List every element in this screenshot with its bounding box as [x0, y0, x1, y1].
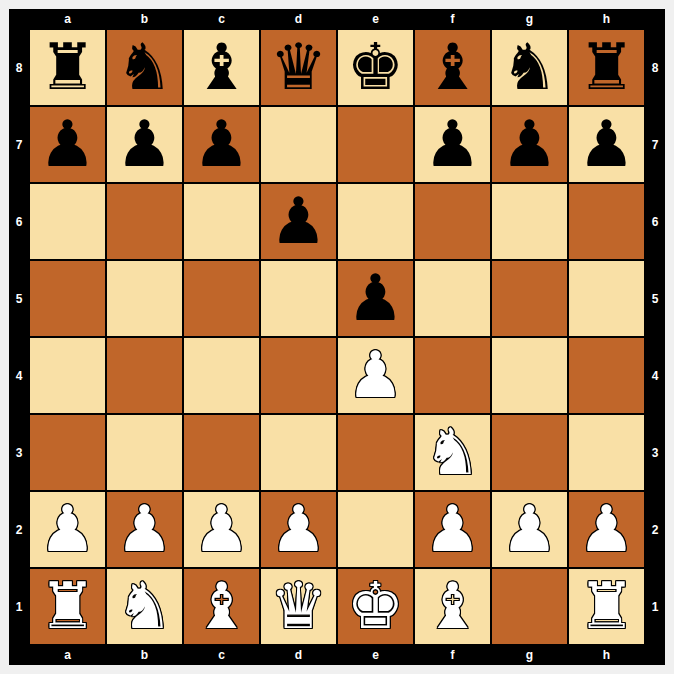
square-g2[interactable]: ♟: [491, 491, 568, 568]
rank-label-3-left: 3: [9, 414, 29, 491]
file-label-b-bottom: b: [106, 645, 183, 665]
piece-white-pawn[interactable]: ♟: [270, 491, 327, 568]
square-c7[interactable]: ♟: [183, 106, 260, 183]
square-b2[interactable]: ♟: [106, 491, 183, 568]
rank-label-7-left: 7: [9, 106, 29, 183]
square-c1[interactable]: ♝: [183, 568, 260, 645]
piece-black-pawn[interactable]: ♟: [578, 106, 635, 183]
piece-white-king[interactable]: ♚: [347, 568, 404, 645]
file-label-g-bottom: g: [491, 645, 568, 665]
piece-black-queen[interactable]: ♛: [270, 29, 327, 106]
square-h6[interactable]: [568, 183, 645, 260]
file-label-f-bottom: f: [414, 645, 491, 665]
square-b4[interactable]: [106, 337, 183, 414]
piece-black-pawn[interactable]: ♟: [270, 183, 327, 260]
square-a2[interactable]: ♟: [29, 491, 106, 568]
square-g3[interactable]: [491, 414, 568, 491]
rank-label-4-left: 4: [9, 337, 29, 414]
square-b8[interactable]: ♞: [106, 29, 183, 106]
piece-white-knight[interactable]: ♞: [116, 568, 173, 645]
square-d8[interactable]: ♛: [260, 29, 337, 106]
file-label-c-bottom: c: [183, 645, 260, 665]
piece-black-pawn[interactable]: ♟: [347, 260, 404, 337]
rank-label-7-right: 7: [645, 106, 665, 183]
square-e2[interactable]: [337, 491, 414, 568]
frame-corner-bottom-left: [9, 645, 29, 665]
square-e4[interactable]: ♟: [337, 337, 414, 414]
square-d6[interactable]: ♟: [260, 183, 337, 260]
file-label-a-bottom: a: [29, 645, 106, 665]
square-g6[interactable]: [491, 183, 568, 260]
square-d1[interactable]: ♛: [260, 568, 337, 645]
frame-corner-top-right: [645, 9, 665, 29]
piece-black-pawn[interactable]: ♟: [116, 106, 173, 183]
rank-label-8-right: 8: [645, 29, 665, 106]
rank-label-6-left: 6: [9, 183, 29, 260]
square-f1[interactable]: ♝: [414, 568, 491, 645]
square-e5[interactable]: ♟: [337, 260, 414, 337]
piece-white-bishop[interactable]: ♝: [193, 568, 250, 645]
rank-label-3-right: 3: [645, 414, 665, 491]
square-e3[interactable]: [337, 414, 414, 491]
file-label-c-top: c: [183, 9, 260, 29]
square-f6[interactable]: [414, 183, 491, 260]
square-c2[interactable]: ♟: [183, 491, 260, 568]
square-f7[interactable]: ♟: [414, 106, 491, 183]
file-label-e-bottom: e: [337, 645, 414, 665]
square-a4[interactable]: [29, 337, 106, 414]
file-label-f-top: f: [414, 9, 491, 29]
piece-black-king[interactable]: ♚: [347, 29, 404, 106]
piece-black-pawn[interactable]: ♟: [39, 106, 96, 183]
frame-corner-top-left: [9, 9, 29, 29]
square-h2[interactable]: ♟: [568, 491, 645, 568]
square-h5[interactable]: [568, 260, 645, 337]
square-a3[interactable]: [29, 414, 106, 491]
square-g5[interactable]: [491, 260, 568, 337]
page-background: abcdefgh8♜♞♝♛♚♝♞♜87♟♟♟♟♟♟76♟65♟54♟43♞32♟…: [0, 0, 674, 674]
piece-black-pawn[interactable]: ♟: [193, 106, 250, 183]
square-g7[interactable]: ♟: [491, 106, 568, 183]
square-h7[interactable]: ♟: [568, 106, 645, 183]
square-e6[interactable]: [337, 183, 414, 260]
file-label-h-bottom: h: [568, 645, 645, 665]
piece-black-pawn[interactable]: ♟: [501, 106, 558, 183]
square-h1[interactable]: ♜: [568, 568, 645, 645]
square-e1[interactable]: ♚: [337, 568, 414, 645]
square-g4[interactable]: [491, 337, 568, 414]
file-label-e-top: e: [337, 9, 414, 29]
square-a8[interactable]: ♜: [29, 29, 106, 106]
piece-white-pawn[interactable]: ♟: [347, 337, 404, 414]
rank-label-5-right: 5: [645, 260, 665, 337]
piece-white-bishop[interactable]: ♝: [424, 568, 481, 645]
square-f5[interactable]: [414, 260, 491, 337]
file-label-g-top: g: [491, 9, 568, 29]
square-c6[interactable]: [183, 183, 260, 260]
file-label-b-top: b: [106, 9, 183, 29]
square-d7[interactable]: [260, 106, 337, 183]
piece-black-bishop[interactable]: ♝: [193, 29, 250, 106]
rank-label-2-right: 2: [645, 491, 665, 568]
piece-white-pawn[interactable]: ♟: [501, 491, 558, 568]
rank-label-6-right: 6: [645, 183, 665, 260]
square-d5[interactable]: [260, 260, 337, 337]
rank-label-2-left: 2: [9, 491, 29, 568]
square-d3[interactable]: [260, 414, 337, 491]
square-g8[interactable]: ♞: [491, 29, 568, 106]
piece-white-rook[interactable]: ♜: [39, 568, 96, 645]
square-b5[interactable]: [106, 260, 183, 337]
rank-label-1-left: 1: [9, 568, 29, 645]
square-b7[interactable]: ♟: [106, 106, 183, 183]
rank-label-5-left: 5: [9, 260, 29, 337]
piece-white-pawn[interactable]: ♟: [193, 491, 250, 568]
piece-black-knight[interactable]: ♞: [501, 29, 558, 106]
file-label-a-top: a: [29, 9, 106, 29]
piece-white-queen[interactable]: ♛: [270, 568, 327, 645]
square-b3[interactable]: [106, 414, 183, 491]
piece-white-pawn[interactable]: ♟: [578, 491, 635, 568]
square-b6[interactable]: [106, 183, 183, 260]
piece-white-pawn[interactable]: ♟: [424, 491, 481, 568]
square-e8[interactable]: ♚: [337, 29, 414, 106]
piece-black-rook[interactable]: ♜: [578, 29, 635, 106]
rank-label-1-right: 1: [645, 568, 665, 645]
chess-board: abcdefgh8♜♞♝♛♚♝♞♜87♟♟♟♟♟♟76♟65♟54♟43♞32♟…: [9, 9, 665, 665]
square-e7[interactable]: [337, 106, 414, 183]
square-c8[interactable]: ♝: [183, 29, 260, 106]
file-label-d-bottom: d: [260, 645, 337, 665]
piece-white-pawn[interactable]: ♟: [116, 491, 173, 568]
piece-black-pawn[interactable]: ♟: [424, 106, 481, 183]
square-h3[interactable]: [568, 414, 645, 491]
square-c5[interactable]: [183, 260, 260, 337]
square-a7[interactable]: ♟: [29, 106, 106, 183]
square-a6[interactable]: [29, 183, 106, 260]
frame-corner-bottom-right: [645, 645, 665, 665]
square-h4[interactable]: [568, 337, 645, 414]
rank-label-4-right: 4: [645, 337, 665, 414]
square-f2[interactable]: ♟: [414, 491, 491, 568]
square-c3[interactable]: [183, 414, 260, 491]
piece-white-pawn[interactable]: ♟: [39, 491, 96, 568]
square-a1[interactable]: ♜: [29, 568, 106, 645]
square-f4[interactable]: [414, 337, 491, 414]
square-g1[interactable]: [491, 568, 568, 645]
piece-black-rook[interactable]: ♜: [39, 29, 96, 106]
piece-white-rook[interactable]: ♜: [578, 568, 635, 645]
piece-black-bishop[interactable]: ♝: [424, 29, 481, 106]
square-c4[interactable]: [183, 337, 260, 414]
square-h8[interactable]: ♜: [568, 29, 645, 106]
rank-label-8-left: 8: [9, 29, 29, 106]
square-a5[interactable]: [29, 260, 106, 337]
square-f3[interactable]: ♞: [414, 414, 491, 491]
square-b1[interactable]: ♞: [106, 568, 183, 645]
square-f8[interactable]: ♝: [414, 29, 491, 106]
file-label-d-top: d: [260, 9, 337, 29]
piece-black-knight[interactable]: ♞: [116, 29, 173, 106]
square-d2[interactable]: ♟: [260, 491, 337, 568]
square-d4[interactable]: [260, 337, 337, 414]
file-label-h-top: h: [568, 9, 645, 29]
piece-white-knight[interactable]: ♞: [424, 414, 481, 491]
